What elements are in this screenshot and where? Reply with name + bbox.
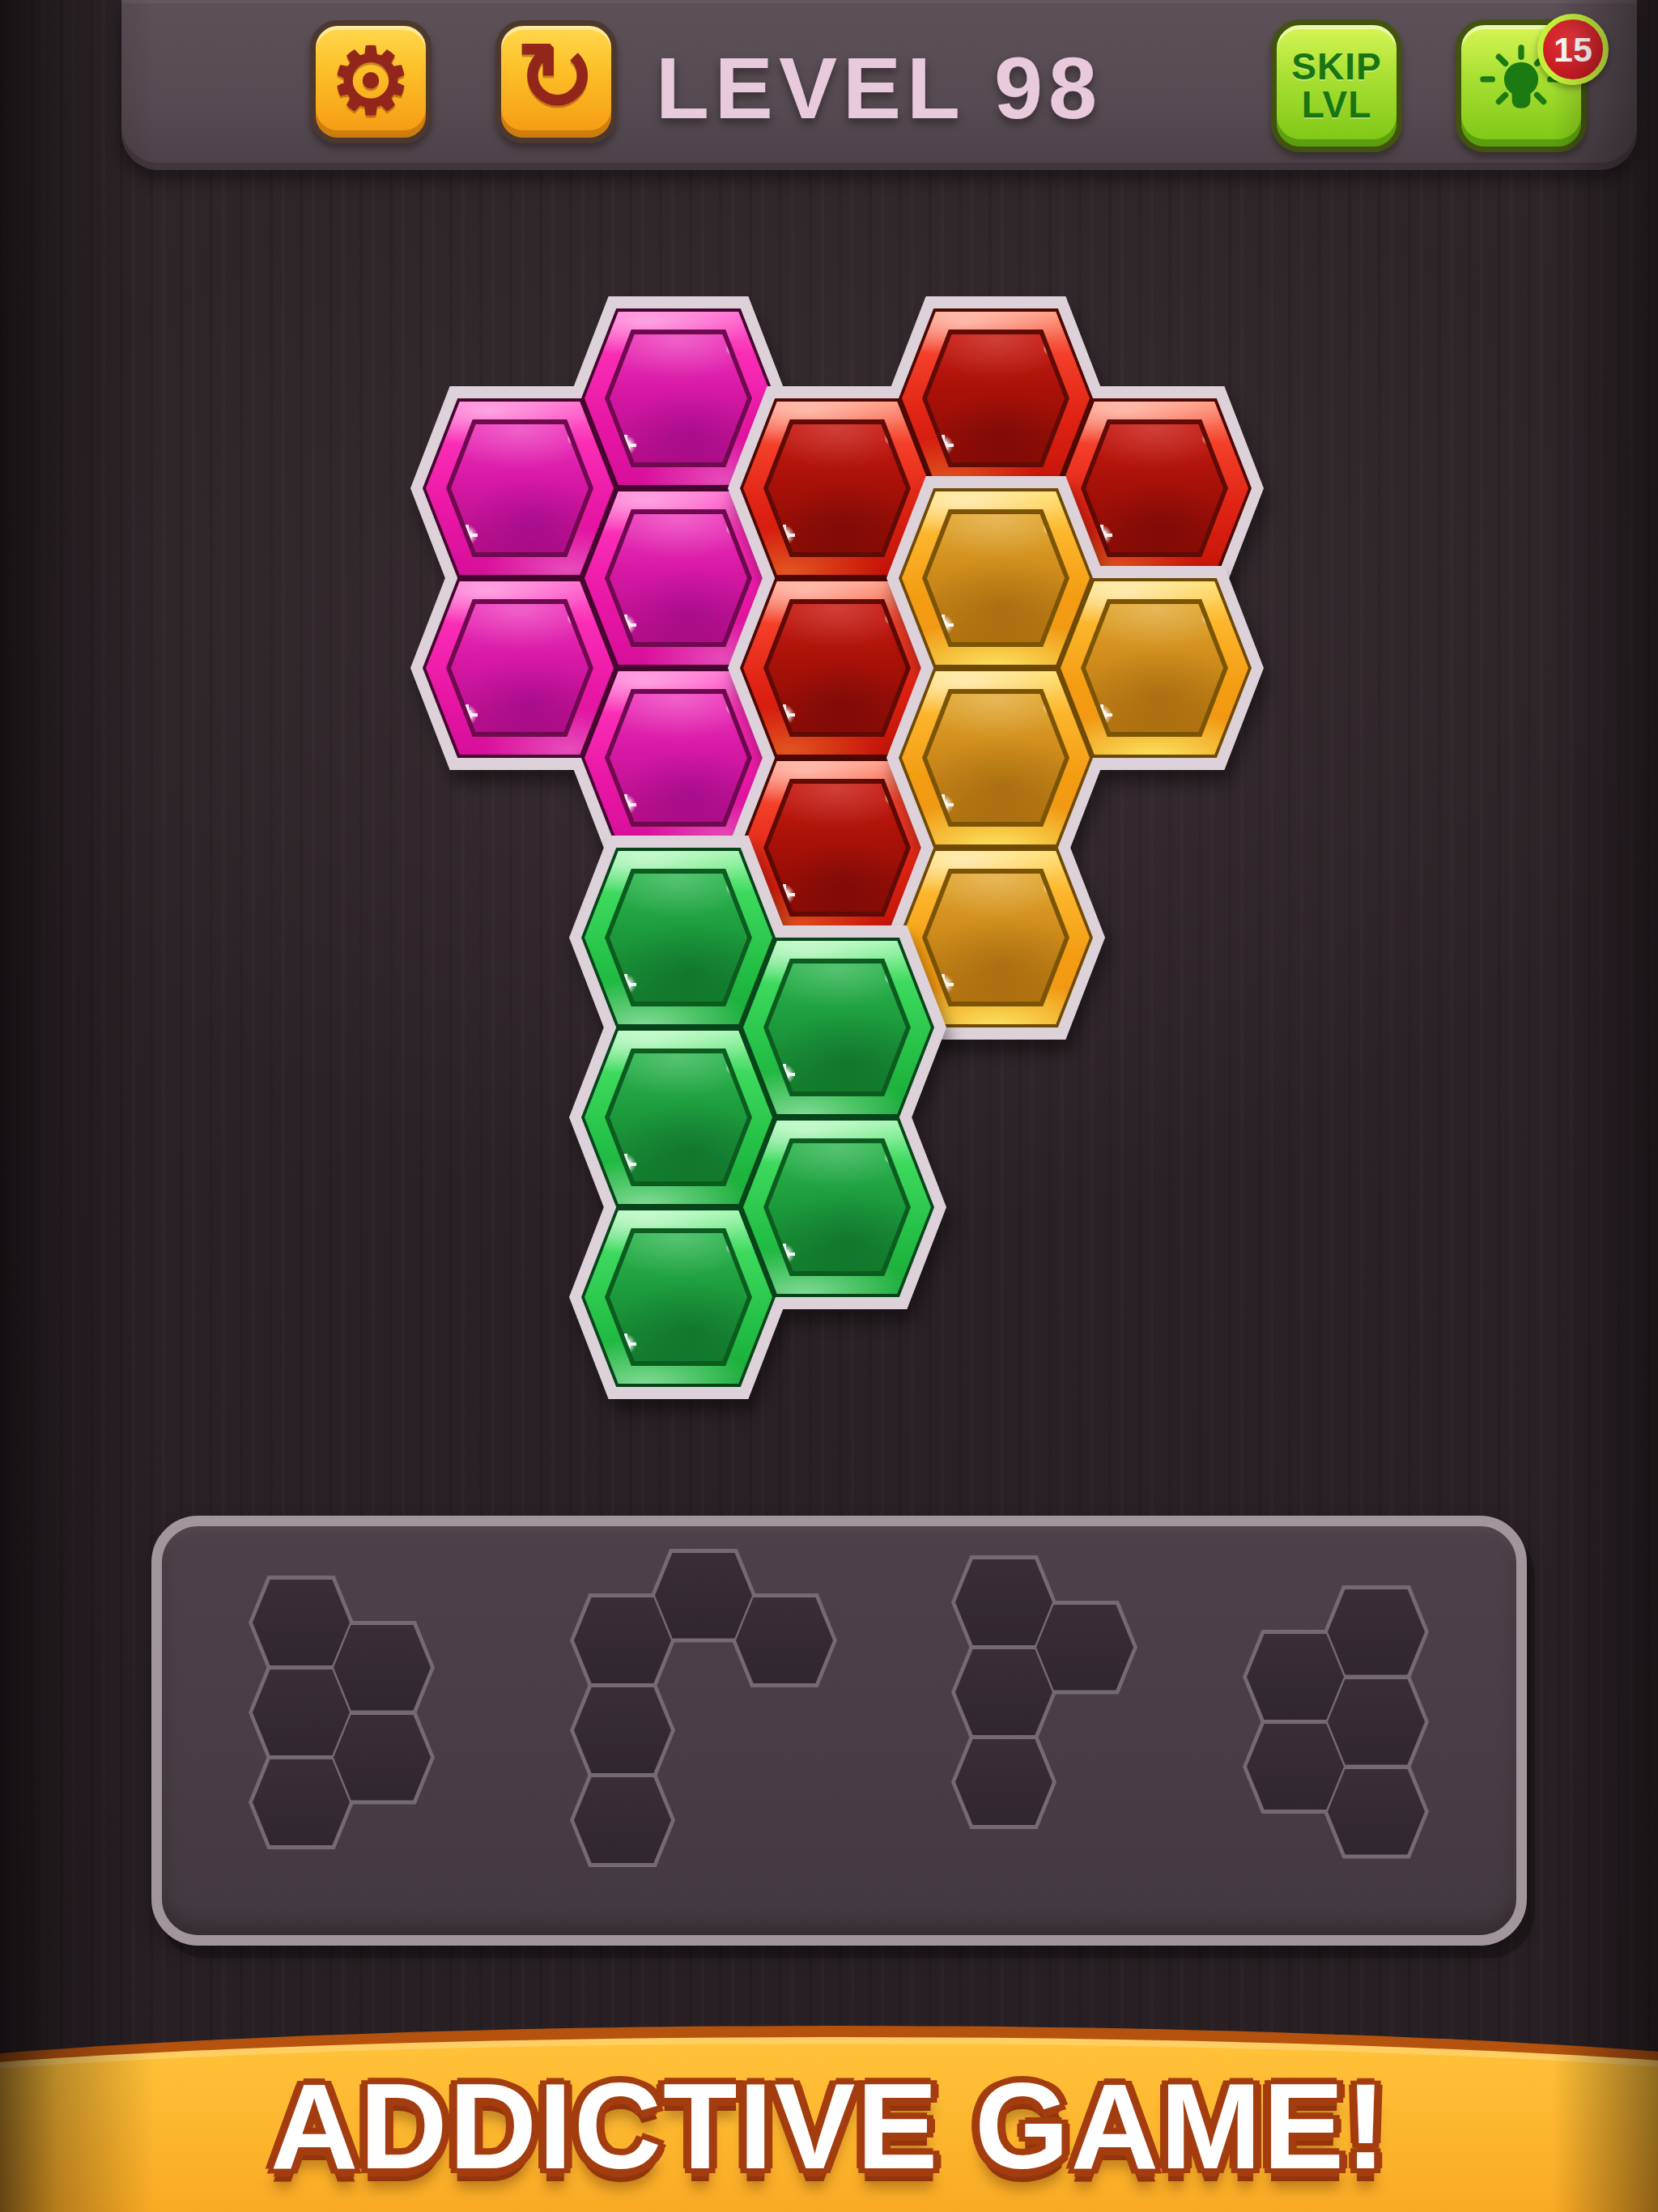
gem-face	[610, 874, 747, 1002]
gem-face	[768, 424, 906, 552]
skip-label-line2: LVL	[1302, 86, 1371, 124]
silhouette-hex	[253, 1580, 350, 1665]
board-hex-green	[585, 851, 772, 1024]
banner-text: ADDICTIVE GAME!	[0, 2057, 1658, 2197]
gem-face	[927, 874, 1065, 1002]
silhouette-hex	[334, 1715, 431, 1801]
skip-label-line1: SKIP	[1291, 48, 1381, 86]
silhouette-hex	[1328, 1679, 1425, 1765]
silhouette-hex	[334, 1625, 431, 1711]
silhouette-hex	[253, 1670, 350, 1755]
banner: ADDICTIVE GAME!	[0, 2010, 1658, 2212]
gem-face	[610, 514, 747, 642]
board-hex-green	[743, 1121, 931, 1294]
gem-face	[610, 1053, 747, 1181]
gem-face	[610, 1233, 747, 1361]
top-bar: ⚙ ↻ LEVEL 98 SKIP LVL	[121, 0, 1637, 170]
piece-tray	[151, 1516, 1527, 1946]
silhouette-hex	[955, 1649, 1052, 1735]
silhouette-hex	[955, 1739, 1052, 1825]
board-hex-green	[585, 1210, 772, 1384]
silhouette-hex	[655, 1553, 752, 1639]
gem-face	[451, 424, 589, 552]
game-screen: ⚙ ↻ LEVEL 98 SKIP LVL	[0, 0, 1658, 2212]
board-hex-gold	[902, 671, 1090, 844]
silhouette-hex	[955, 1559, 1052, 1645]
gem-face	[927, 334, 1065, 462]
board-hex-green	[585, 1031, 772, 1204]
board-hex-green	[743, 941, 931, 1114]
gem-face	[768, 784, 906, 912]
silhouette-hex	[574, 1597, 671, 1683]
skip-level-button[interactable]: SKIP LVL	[1271, 19, 1402, 152]
gem-face	[610, 694, 747, 822]
silhouette-hex	[1328, 1589, 1425, 1675]
silhouette-hex	[574, 1687, 671, 1773]
hint-count-badge: 15	[1537, 14, 1609, 85]
silhouette-hex	[1247, 1634, 1344, 1720]
silhouette-hex	[574, 1777, 671, 1863]
silhouette-hex	[1247, 1724, 1344, 1810]
board-hex-gold	[902, 491, 1090, 665]
silhouette-hex	[1328, 1769, 1425, 1855]
board-hex-pink	[426, 402, 614, 575]
level-title: LEVEL 98	[121, 37, 1637, 138]
gem-face	[927, 514, 1065, 642]
gem-face	[451, 604, 589, 732]
silhouette-hex	[736, 1597, 833, 1683]
gem-face	[1086, 604, 1223, 732]
silhouette-hex	[253, 1759, 350, 1845]
board-hex-pink	[426, 581, 614, 755]
gem-face	[610, 334, 747, 462]
gem-face	[1086, 424, 1223, 552]
gem-face	[927, 694, 1065, 822]
gem-face	[768, 604, 906, 732]
hint-button[interactable]: 15	[1456, 19, 1587, 152]
silhouette-hex	[1036, 1605, 1133, 1691]
board-hex-red	[902, 312, 1090, 485]
gem-face	[768, 963, 906, 1091]
gem-face	[768, 1143, 906, 1271]
board-hex-gold	[1061, 581, 1248, 755]
